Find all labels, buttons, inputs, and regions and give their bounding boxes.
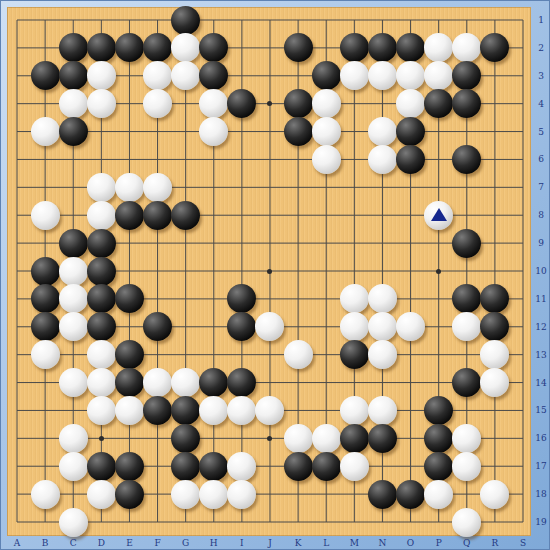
stone-white[interactable] [59, 257, 88, 286]
stone-white[interactable] [284, 424, 313, 453]
column-label: N [379, 538, 387, 548]
stone-white[interactable] [87, 89, 116, 118]
stone-black[interactable] [143, 201, 172, 230]
stone-white[interactable] [31, 340, 60, 369]
stone-white[interactable] [59, 368, 88, 397]
window-frame: ABCDEFGHIJKLMNOPQRS123456789101112131415… [0, 0, 550, 550]
stone-black[interactable] [312, 452, 341, 481]
column-label: S [520, 538, 526, 548]
stone-black[interactable] [31, 312, 60, 341]
row-label: 7 [538, 182, 544, 192]
stone-black[interactable] [87, 452, 116, 481]
stone-black[interactable] [424, 424, 453, 453]
stone-black[interactable] [171, 6, 200, 35]
column-label: H [210, 538, 218, 548]
row-label: 11 [535, 294, 546, 304]
row-label: 4 [538, 99, 544, 109]
row-label: 6 [538, 154, 544, 164]
stone-white[interactable] [340, 312, 369, 341]
stone-black[interactable] [115, 452, 144, 481]
stone-white[interactable] [87, 173, 116, 202]
stone-white[interactable] [59, 89, 88, 118]
stone-white[interactable] [31, 480, 60, 509]
column-label: D [98, 538, 105, 548]
row-label: 18 [535, 489, 546, 499]
stone-white[interactable] [480, 480, 509, 509]
stone-black[interactable] [87, 229, 116, 258]
stone-white[interactable] [284, 340, 313, 369]
row-label: 3 [538, 71, 544, 81]
stone-white[interactable] [143, 173, 172, 202]
stone-black[interactable] [424, 396, 453, 425]
stone-white[interactable] [171, 480, 200, 509]
go-board[interactable] [7, 7, 531, 536]
stone-black[interactable] [284, 452, 313, 481]
column-label: C [70, 538, 77, 548]
stone-black[interactable] [396, 480, 425, 509]
stone-white[interactable] [87, 201, 116, 230]
stone-white[interactable] [340, 61, 369, 90]
stone-white[interactable] [87, 368, 116, 397]
row-label: 17 [535, 461, 546, 471]
stone-white[interactable] [368, 61, 397, 90]
stone-white[interactable] [87, 61, 116, 90]
row-label: 13 [535, 350, 546, 360]
stone-black[interactable] [143, 396, 172, 425]
stone-white[interactable] [312, 117, 341, 146]
column-label: B [42, 538, 49, 548]
stone-black[interactable] [171, 201, 200, 230]
stone-black[interactable] [284, 117, 313, 146]
stone-white[interactable] [115, 173, 144, 202]
stone-white[interactable] [59, 424, 88, 453]
stone-white[interactable] [368, 117, 397, 146]
stone-white[interactable] [59, 284, 88, 313]
stone-black[interactable] [115, 340, 144, 369]
stone-black[interactable] [284, 33, 313, 62]
column-label: R [491, 538, 498, 548]
stone-black[interactable] [31, 284, 60, 313]
stone-white[interactable] [368, 340, 397, 369]
stone-white[interactable] [452, 424, 481, 453]
stone-black[interactable] [87, 257, 116, 286]
stone-white[interactable] [227, 452, 256, 481]
row-label: 9 [538, 238, 544, 248]
stone-black[interactable] [115, 201, 144, 230]
column-label: O [407, 538, 414, 548]
stone-white[interactable] [452, 508, 481, 537]
row-label: 8 [538, 210, 544, 220]
row-label: 15 [535, 405, 546, 415]
stone-white[interactable] [115, 396, 144, 425]
stone-white[interactable] [368, 312, 397, 341]
column-label: M [350, 538, 359, 548]
last-move-triangle-marker [431, 208, 447, 221]
row-label: 1 [538, 15, 544, 25]
stone-white[interactable] [31, 201, 60, 230]
stone-white[interactable] [87, 396, 116, 425]
stone-white[interactable] [31, 117, 60, 146]
column-label: E [126, 538, 133, 548]
stone-white[interactable] [340, 452, 369, 481]
stone-white[interactable] [340, 396, 369, 425]
stone-black[interactable] [59, 117, 88, 146]
stone-black[interactable] [396, 117, 425, 146]
stone-black[interactable] [312, 61, 341, 90]
column-label: I [240, 538, 244, 548]
row-label: 5 [538, 127, 544, 137]
stone-black[interactable] [452, 229, 481, 258]
stone-black[interactable] [87, 33, 116, 62]
column-label: G [182, 538, 189, 548]
stone-white[interactable] [59, 452, 88, 481]
stone-black[interactable] [115, 480, 144, 509]
stone-white[interactable] [87, 340, 116, 369]
stone-black[interactable] [199, 452, 228, 481]
row-label: 14 [535, 378, 546, 388]
stone-white[interactable] [59, 312, 88, 341]
column-label: F [154, 538, 160, 548]
stone-black[interactable] [31, 61, 60, 90]
stone-black[interactable] [452, 145, 481, 174]
column-label: L [323, 538, 329, 548]
stone-white[interactable] [452, 452, 481, 481]
star-point [99, 436, 104, 441]
column-label: A [14, 538, 21, 548]
stone-white[interactable] [87, 480, 116, 509]
stone-white[interactable] [171, 368, 200, 397]
stone-black[interactable] [424, 452, 453, 481]
stone-white[interactable] [143, 368, 172, 397]
column-label: J [268, 538, 272, 548]
stone-white[interactable] [312, 424, 341, 453]
stone-black[interactable] [31, 257, 60, 286]
column-label: P [436, 538, 442, 548]
stone-black[interactable] [396, 145, 425, 174]
stone-white[interactable] [340, 284, 369, 313]
stone-black[interactable] [368, 480, 397, 509]
stone-black[interactable] [171, 452, 200, 481]
stone-black[interactable] [87, 284, 116, 313]
stone-white[interactable] [199, 396, 228, 425]
row-label: 2 [538, 43, 544, 53]
column-label: K [295, 538, 302, 548]
stone-black[interactable] [115, 368, 144, 397]
stone-white[interactable] [59, 508, 88, 537]
stone-black[interactable] [171, 424, 200, 453]
stone-black[interactable] [87, 312, 116, 341]
row-label: 16 [535, 433, 546, 443]
stone-black[interactable] [340, 340, 369, 369]
stone-black[interactable] [171, 396, 200, 425]
column-label: Q [463, 538, 470, 548]
stone-black[interactable] [59, 33, 88, 62]
stone-white[interactable] [312, 145, 341, 174]
stone-black[interactable] [340, 424, 369, 453]
stone-black[interactable] [368, 424, 397, 453]
stone-white[interactable] [227, 480, 256, 509]
row-label: 12 [535, 322, 546, 332]
stone-white[interactable] [312, 89, 341, 118]
row-label: 19 [535, 517, 546, 527]
stone-white[interactable] [199, 480, 228, 509]
stone-white[interactable] [368, 396, 397, 425]
stone-white[interactable] [396, 89, 425, 118]
stone-white[interactable] [368, 145, 397, 174]
stone-black[interactable] [284, 89, 313, 118]
stone-white[interactable] [424, 480, 453, 509]
stone-black[interactable] [59, 229, 88, 258]
row-label: 10 [535, 266, 546, 276]
stone-white[interactable] [143, 89, 172, 118]
star-point [436, 269, 441, 274]
stone-black[interactable] [340, 33, 369, 62]
stone-black[interactable] [59, 61, 88, 90]
